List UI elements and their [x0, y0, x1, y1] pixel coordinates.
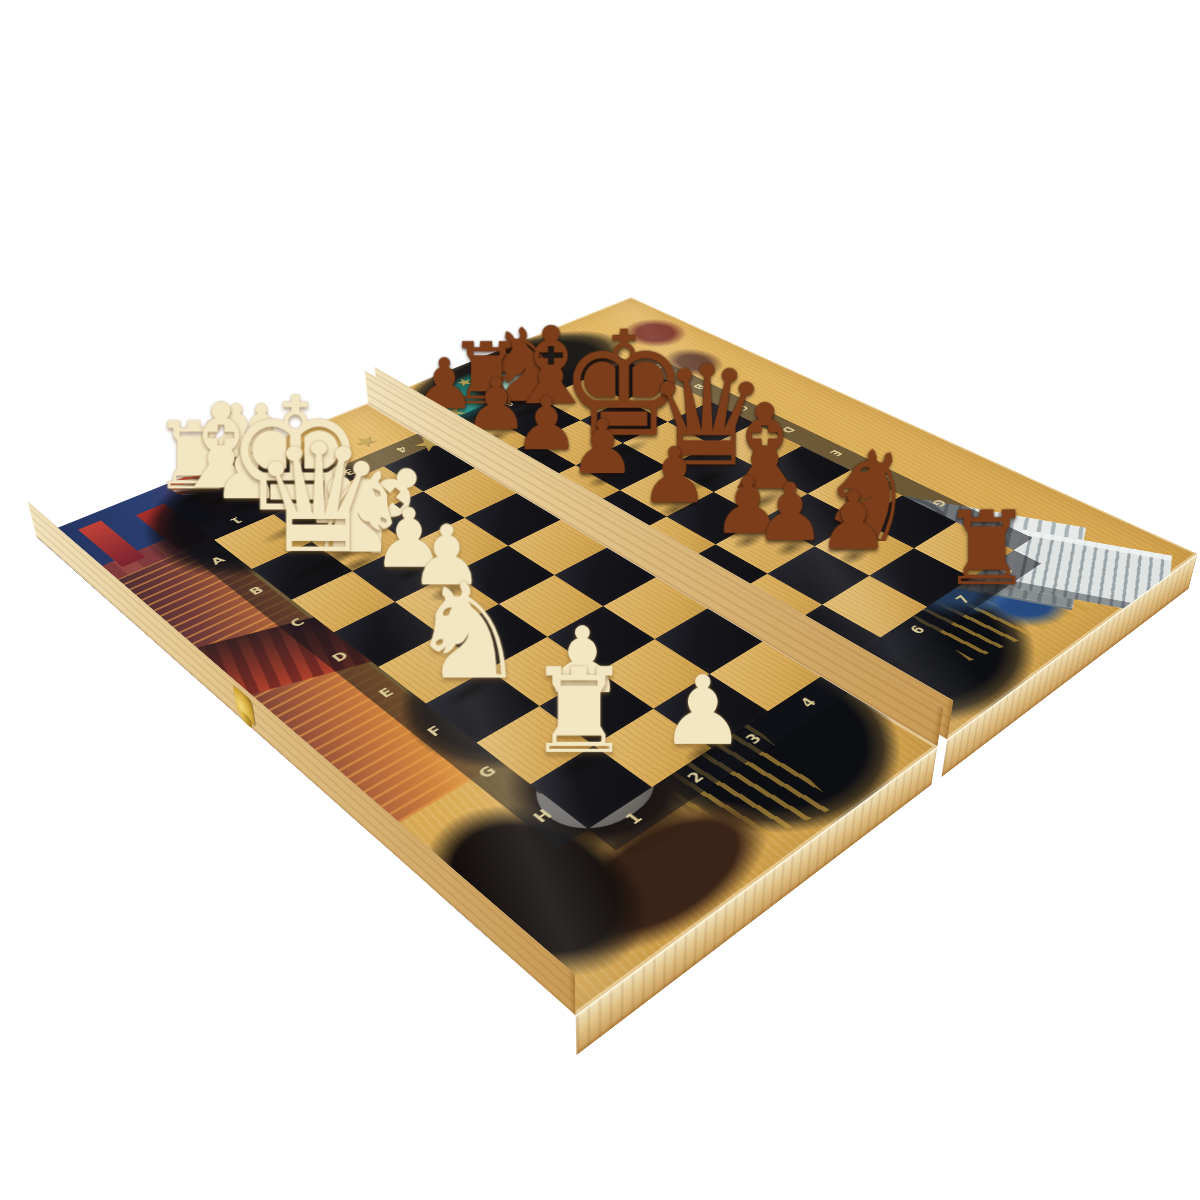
pink-building-art [499, 621, 750, 780]
file-label-c: C [263, 600, 334, 647]
square-e3[interactable] [499, 575, 603, 637]
square-d1[interactable] [334, 602, 441, 667]
square-h3[interactable] [653, 674, 767, 748]
rank-label-6: 6 [880, 607, 955, 653]
square-g2[interactable] [539, 672, 653, 746]
square-h1[interactable] [530, 745, 651, 829]
square-h2[interactable] [594, 709, 712, 788]
file-label-e: E [349, 667, 426, 720]
bear-nose [601, 769, 638, 794]
bear-brow [527, 752, 601, 800]
file-label-g: G [446, 743, 530, 803]
chess-board: ABCDEFGH 1234 1234 ★★★ [36, 297, 1198, 1015]
square-d2[interactable] [395, 573, 499, 635]
rank-label-1: 1 [588, 787, 680, 850]
file-label-d: D [304, 632, 378, 682]
square-h7[interactable] [869, 548, 971, 607]
square-g3[interactable] [599, 639, 710, 709]
rank-label-8: 8 [972, 550, 1041, 592]
night-city-lights-art [95, 540, 498, 838]
rank-label-2: 2 [652, 748, 740, 807]
square-b1[interactable] [252, 542, 352, 600]
square-g6[interactable] [767, 546, 869, 604]
square-c1[interactable] [292, 571, 395, 632]
product-photo-scene: ABCDEFGH 1234 1234 ★★★ [0, 0, 1200, 1200]
square-f3[interactable] [547, 606, 654, 671]
square-g1[interactable] [476, 706, 593, 784]
square-h6[interactable] [822, 576, 927, 638]
square-f2[interactable] [488, 637, 598, 706]
square-c2[interactable] [352, 544, 453, 602]
square-e1[interactable] [378, 635, 488, 704]
rank-label-3: 3 [712, 711, 796, 767]
bear-face-art [511, 732, 677, 846]
file-label-f: F [396, 704, 476, 761]
file-label-b: B [223, 569, 291, 613]
star-icon: ★ [451, 376, 477, 389]
square-e2[interactable] [440, 604, 547, 669]
file-label-h: H [500, 784, 588, 849]
star-icon: ★ [348, 433, 384, 450]
square-f1[interactable] [426, 669, 540, 742]
square-d3[interactable] [453, 546, 554, 604]
bear-eye [561, 779, 586, 796]
rank-numbers-strip: 1234 [588, 677, 849, 851]
file-label-a: A [186, 540, 252, 582]
star-icon: ★ [294, 440, 314, 451]
rank-label-7: 7 [927, 578, 999, 622]
ink-splatter [322, 598, 675, 829]
